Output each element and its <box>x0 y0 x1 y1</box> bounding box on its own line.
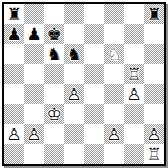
black-king-c7: ♚ <box>44 24 64 44</box>
square-a7[interactable]: ♟ <box>4 24 24 44</box>
white-pawn-g4: ♙ <box>124 84 144 104</box>
square-d1[interactable] <box>64 144 84 164</box>
square-h7[interactable] <box>144 24 164 44</box>
white-king-backfill: ♚ <box>44 104 64 124</box>
white-rook-backfill: ♜ <box>144 144 164 164</box>
white-pawn-backfill: ♟ <box>4 124 24 144</box>
square-c7[interactable]: ♚ <box>44 24 64 44</box>
square-d3[interactable] <box>64 104 84 124</box>
square-b3[interactable] <box>24 104 44 124</box>
square-g8[interactable] <box>124 4 144 24</box>
chess-board-frame: ♜♜♟♟♚♞♞♞♘♜♖♟♙♟♙♚♔♟♙♟♙♟♙♟♙♜♖ <box>2 2 166 166</box>
black-pawn-a7: ♟ <box>4 24 24 44</box>
square-e2[interactable] <box>84 124 104 144</box>
square-g7[interactable] <box>124 24 144 44</box>
square-d5[interactable] <box>64 64 84 84</box>
black-knight-d6: ♞ <box>64 44 84 64</box>
square-h8[interactable]: ♜ <box>144 4 164 24</box>
white-rook-backfill: ♜ <box>124 64 144 84</box>
white-pawn-backfill: ♟ <box>144 124 164 144</box>
square-g5[interactable]: ♜♖ <box>124 64 144 84</box>
white-pawn-backfill: ♟ <box>104 124 124 144</box>
square-h2[interactable]: ♟♙ <box>144 124 164 144</box>
square-d4[interactable]: ♟♙ <box>64 84 84 104</box>
black-knight-c6: ♞ <box>44 44 64 64</box>
square-h6[interactable] <box>144 44 164 64</box>
square-b7[interactable]: ♟ <box>24 24 44 44</box>
square-c1[interactable] <box>44 144 64 164</box>
white-pawn-f2: ♙ <box>104 124 124 144</box>
square-d2[interactable] <box>64 124 84 144</box>
square-f1[interactable] <box>104 144 124 164</box>
black-rook-a8: ♜ <box>4 4 24 24</box>
white-rook-g5: ♖ <box>124 64 144 84</box>
square-b5[interactable] <box>24 64 44 84</box>
square-b8[interactable] <box>24 4 44 24</box>
square-a8[interactable]: ♜ <box>4 4 24 24</box>
square-c8[interactable] <box>44 4 64 24</box>
square-a2[interactable]: ♟♙ <box>4 124 24 144</box>
square-e7[interactable] <box>84 24 104 44</box>
chess-board: ♜♜♟♟♚♞♞♞♘♜♖♟♙♟♙♚♔♟♙♟♙♟♙♟♙♜♖ <box>4 4 164 164</box>
square-e4[interactable] <box>84 84 104 104</box>
square-a4[interactable] <box>4 84 24 104</box>
square-d6[interactable]: ♞ <box>64 44 84 64</box>
square-g4[interactable]: ♟♙ <box>124 84 144 104</box>
square-e3[interactable] <box>84 104 104 124</box>
square-g2[interactable] <box>124 124 144 144</box>
square-a5[interactable] <box>4 64 24 84</box>
square-b1[interactable] <box>24 144 44 164</box>
square-c3[interactable]: ♚♔ <box>44 104 64 124</box>
square-c5[interactable] <box>44 64 64 84</box>
square-e5[interactable] <box>84 64 104 84</box>
white-pawn-backfill: ♟ <box>24 124 44 144</box>
square-a1[interactable] <box>4 144 24 164</box>
white-pawn-b2: ♙ <box>24 124 44 144</box>
square-f8[interactable] <box>104 4 124 24</box>
white-knight-f6: ♘ <box>104 44 124 64</box>
square-a3[interactable] <box>4 104 24 124</box>
white-pawn-backfill: ♟ <box>64 84 84 104</box>
white-knight-backfill: ♞ <box>104 44 124 64</box>
square-e6[interactable] <box>84 44 104 64</box>
square-f7[interactable] <box>104 24 124 44</box>
square-g6[interactable] <box>124 44 144 64</box>
square-c4[interactable] <box>44 84 64 104</box>
square-f4[interactable] <box>104 84 124 104</box>
square-d7[interactable] <box>64 24 84 44</box>
square-g3[interactable] <box>124 104 144 124</box>
white-king-c3: ♔ <box>44 104 64 124</box>
black-rook-h8: ♜ <box>144 4 164 24</box>
square-h4[interactable] <box>144 84 164 104</box>
square-b4[interactable] <box>24 84 44 104</box>
white-pawn-d4: ♙ <box>64 84 84 104</box>
square-c2[interactable] <box>44 124 64 144</box>
black-pawn-b7: ♟ <box>24 24 44 44</box>
white-pawn-backfill: ♟ <box>124 84 144 104</box>
square-f2[interactable]: ♟♙ <box>104 124 124 144</box>
square-c6[interactable]: ♞ <box>44 44 64 64</box>
square-h5[interactable] <box>144 64 164 84</box>
square-b2[interactable]: ♟♙ <box>24 124 44 144</box>
square-e8[interactable] <box>84 4 104 24</box>
square-h3[interactable] <box>144 104 164 124</box>
square-b6[interactable] <box>24 44 44 64</box>
white-pawn-a2: ♙ <box>4 124 24 144</box>
square-f6[interactable]: ♞♘ <box>104 44 124 64</box>
square-g1[interactable] <box>124 144 144 164</box>
square-d8[interactable] <box>64 4 84 24</box>
square-f3[interactable] <box>104 104 124 124</box>
square-f5[interactable] <box>104 64 124 84</box>
white-rook-h1: ♖ <box>144 144 164 164</box>
square-e1[interactable] <box>84 144 104 164</box>
square-a6[interactable] <box>4 44 24 64</box>
square-h1[interactable]: ♜♖ <box>144 144 164 164</box>
white-pawn-h2: ♙ <box>144 124 164 144</box>
